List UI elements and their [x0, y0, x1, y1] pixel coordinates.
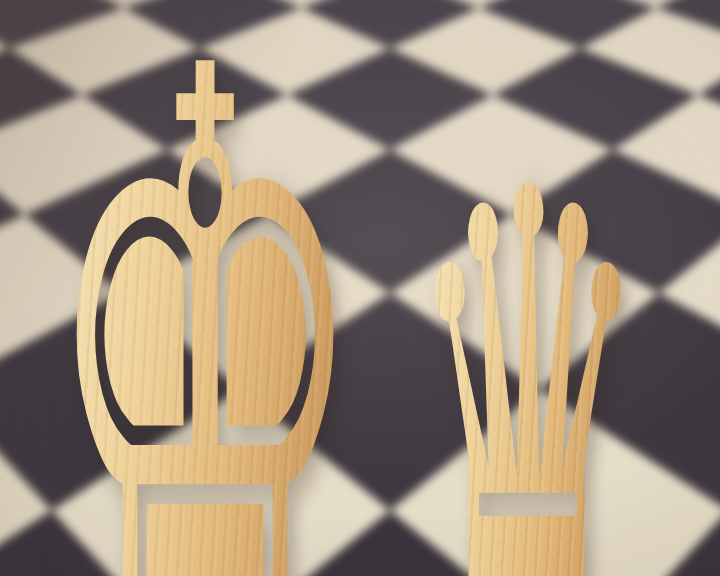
king-icon: ♚ [41, 0, 370, 576]
photo-scene: ♚ ♛ [0, 0, 720, 576]
queen-icon: ♛ [404, 113, 651, 576]
